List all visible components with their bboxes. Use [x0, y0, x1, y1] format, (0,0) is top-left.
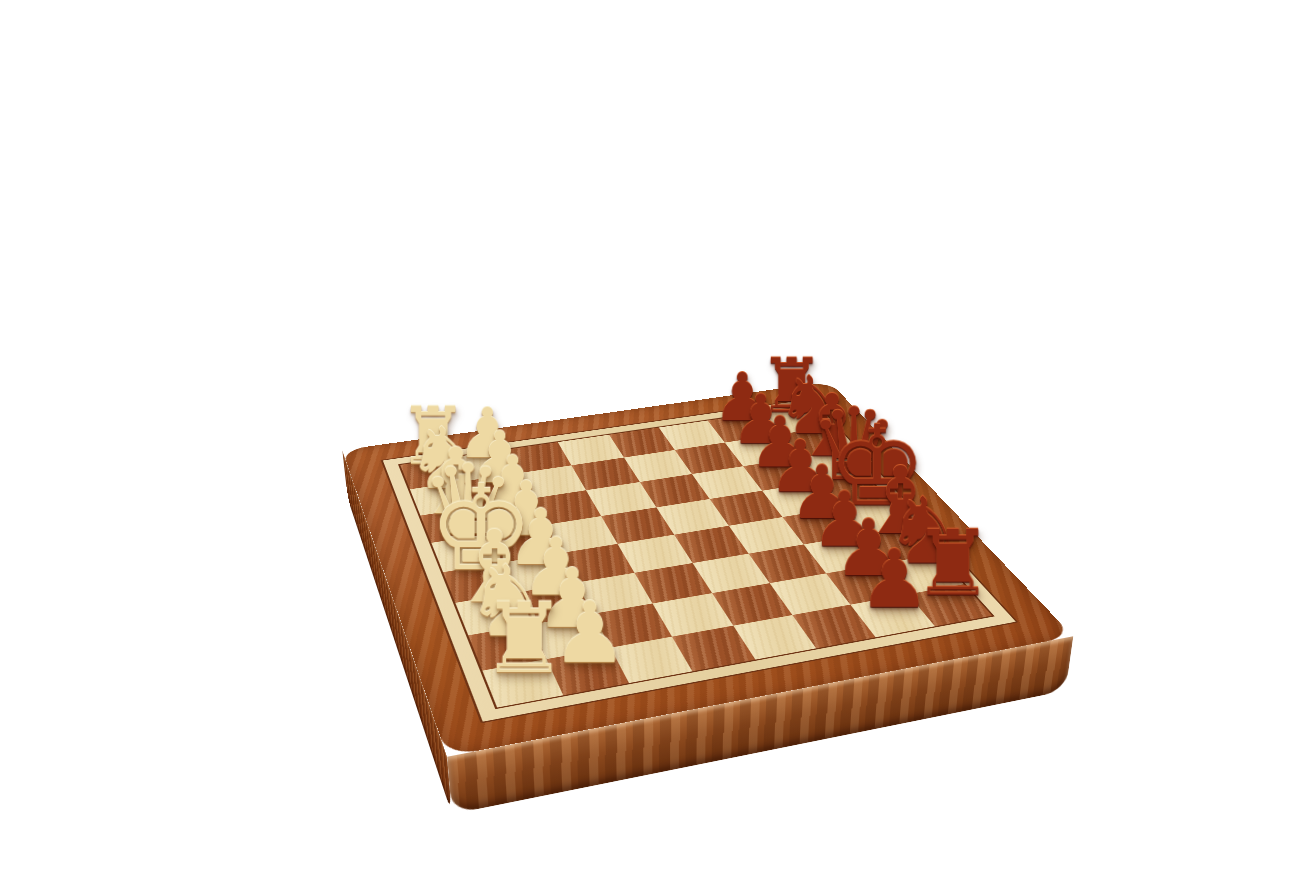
pieces-layer: ♜♟♟♜♞♟♟♞♝♟♟♝♛♟♟♛♚♟♟♚♝♟♟♝♞♟♟♞♜♟♟♜ [400, 407, 992, 708]
chess-set-scene: ♜♟♟♜♞♟♟♞♝♟♟♝♛♟♟♛♚♟♟♚♝♟♟♝♞♟♟♞♜♟♟♜ [386, 247, 961, 822]
white-rook: ♜ [481, 590, 568, 687]
red-pawn: ♟ [859, 538, 931, 618]
chess-board: ♜♟♟♜♞♟♟♞♝♟♟♝♛♟♟♛♚♟♟♚♝♟♟♝♞♟♟♞♜♟♟♜ [342, 382, 1073, 757]
product-photo: ♜♟♟♜♞♟♟♞♝♟♟♝♛♟♟♛♚♟♟♚♝♟♟♝♞♟♟♞♜♟♟♜ [0, 0, 1313, 876]
